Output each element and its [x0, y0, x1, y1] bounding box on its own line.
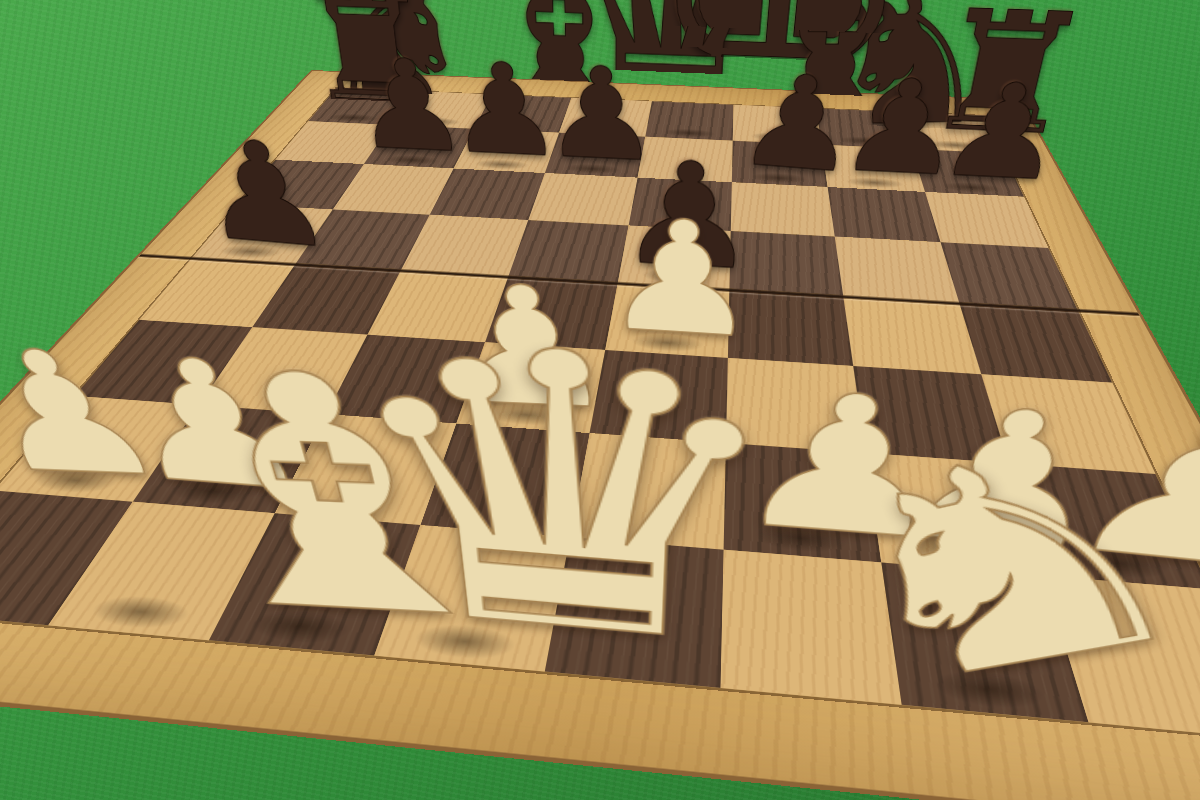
board-scene: ♜♞♝♛♚♝♞♜♟♟♟♟♟♟♟♟♟♟♟♟♟♟♟♞♝♛♞ — [0, 71, 1200, 800]
photo-chess-scene: { "game": "chess", "scene": { "descripti… — [0, 0, 1200, 800]
black-pawn-b7[interactable]: ♟ — [343, 43, 449, 165]
square-h5[interactable] — [941, 242, 1078, 309]
black-pawn-h7[interactable]: ♟ — [930, 67, 1059, 194]
black-pawn-c7[interactable]: ♟ — [440, 47, 542, 170]
chess-board[interactable]: ♜♞♝♛♚♝♞♜♟♟♟♟♟♟♟♟♟♟♟♟♟♟♟♞♝♛♞ — [0, 88, 1200, 741]
square-h6[interactable] — [925, 192, 1048, 248]
square-g7[interactable]: ♟ — [822, 145, 925, 192]
square-g1[interactable]: ♞ — [881, 563, 1088, 723]
square-d1[interactable]: ♛ — [374, 525, 570, 671]
square-g6[interactable] — [828, 187, 941, 242]
board-frame: ♜♞♝♛♚♝♞♜♟♟♟♟♟♟♟♟♟♟♟♟♟♟♟♞♝♛♞ — [0, 71, 1200, 800]
square-g5[interactable] — [835, 237, 959, 303]
